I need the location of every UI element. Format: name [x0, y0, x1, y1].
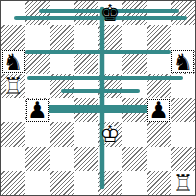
piece-white-rook-a5[interactable]: ♖ [1, 74, 25, 98]
piece-black-knight-a6[interactable]: ♞ [1, 50, 25, 74]
white-rook-icon: ♖ [3, 73, 24, 99]
black-knight-icon: ♞ [3, 49, 24, 75]
pieces-layer: ♚♞♞♖♟♟♔♖ [1, 1, 195, 195]
white-king-icon: ♔ [100, 121, 121, 147]
black-pawn-icon: ♟ [27, 97, 48, 123]
piece-white-king-e3[interactable]: ♔ [98, 122, 122, 146]
piece-black-knight-h6[interactable]: ♞ [171, 50, 195, 74]
piece-black-king-e8[interactable]: ♚ [98, 1, 122, 25]
black-pawn-icon: ♟ [148, 97, 169, 123]
piece-black-pawn-b4[interactable]: ♟ [25, 98, 49, 122]
white-rook-icon: ♖ [173, 170, 194, 196]
black-king-icon: ♚ [100, 0, 121, 26]
chess-board: ♚♞♞♖♟♟♔♖ [0, 0, 196, 196]
black-knight-icon: ♞ [173, 49, 194, 75]
piece-white-rook-h1[interactable]: ♖ [171, 171, 195, 195]
piece-black-pawn-g4[interactable]: ♟ [147, 98, 171, 122]
